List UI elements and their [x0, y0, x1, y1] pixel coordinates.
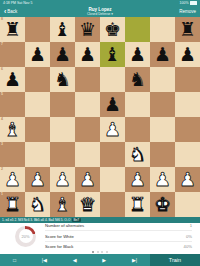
square-h2[interactable]: ♟ [175, 167, 200, 192]
square-h3[interactable] [175, 142, 200, 167]
stat-value: 40% [184, 244, 192, 249]
square-d2[interactable]: ♟ [75, 167, 100, 192]
black-bishop[interactable]: ♝ [54, 20, 71, 39]
page-title: Ruy Lopez [88, 7, 111, 12]
square-b8[interactable] [25, 17, 50, 42]
flip-board-icon[interactable]: □ [13, 258, 16, 263]
variation-selector[interactable]: Closed Defense ▾ [87, 12, 113, 16]
square-f6[interactable]: ♞ [125, 67, 150, 92]
square-c6[interactable]: ♞ [50, 67, 75, 92]
battery-percent: 100% [180, 1, 189, 5]
rank-label: 5 [1, 93, 3, 97]
square-d3[interactable] [75, 142, 100, 167]
square-e6[interactable] [100, 67, 125, 92]
title-block: Ruy Lopez Closed Defense ▾ [0, 6, 200, 17]
square-g8[interactable] [150, 17, 175, 42]
square-f1[interactable]: ♜ [125, 192, 150, 217]
square-c5[interactable] [50, 92, 75, 117]
white-pawn[interactable]: ♟ [154, 170, 171, 189]
black-knight[interactable]: ♞ [54, 70, 71, 89]
black-rook[interactable]: ♜ [179, 20, 196, 39]
white-pawn[interactable]: ♟ [179, 170, 196, 189]
square-b1[interactable]: ♞ [25, 192, 50, 217]
square-a6[interactable]: 6♟ [0, 67, 25, 92]
square-c1[interactable]: ♝ [50, 192, 75, 217]
square-g2[interactable]: ♟ [150, 167, 175, 192]
square-b2[interactable]: ♟ [25, 167, 50, 192]
rank-label: 2 [1, 168, 3, 172]
square-c8[interactable]: ♝ [50, 17, 75, 42]
black-pawn[interactable]: ♟ [104, 95, 121, 114]
status-time: 4:18 PM Sat Nov 5 [3, 1, 32, 5]
stat-label: Number of alternates [45, 223, 84, 228]
rank-label: 6 [1, 68, 3, 72]
white-bishop[interactable]: ♝ [54, 195, 71, 214]
white-king[interactable]: ♚ [154, 195, 171, 214]
square-a4[interactable]: 4♝ [0, 117, 25, 142]
train-button[interactable]: Train [150, 254, 200, 266]
black-pawn[interactable]: ♟ [54, 45, 71, 64]
rank-label: 3 [1, 143, 3, 147]
black-pawn[interactable]: ♟ [154, 45, 171, 64]
white-pawn[interactable]: ♟ [79, 170, 96, 189]
square-g1[interactable]: ♚ [150, 192, 175, 217]
black-king[interactable]: ♚ [104, 20, 121, 39]
square-g7[interactable]: ♟ [150, 42, 175, 67]
stat-label: Score for White [45, 234, 74, 239]
square-d6[interactable] [75, 67, 100, 92]
square-a7[interactable]: 7 [0, 42, 25, 67]
chess-board[interactable]: 8♜♝♛♚♜7♟♟♟♝♟♟♟6♟♞♞5♟4♝♟3♞2♟♟♟♟♟♟♟1♜♞♝♛♜♚ [0, 17, 200, 217]
square-h1[interactable] [175, 192, 200, 217]
previous-move-icon[interactable]: ◀ [73, 258, 77, 263]
square-g3[interactable] [150, 142, 175, 167]
black-queen[interactable]: ♛ [79, 20, 96, 39]
square-d1[interactable]: ♛ [75, 192, 100, 217]
white-knight[interactable]: ♞ [129, 145, 146, 164]
gauge-percent-label: 20% [21, 234, 29, 239]
square-h5[interactable] [175, 92, 200, 117]
white-bishop[interactable]: ♝ [4, 120, 21, 139]
chevron-left-icon: ‹ [4, 9, 6, 14]
chess-app-window: 4:18 PM Sat Nov 5 100% ‹ Back Ruy Lopez … [0, 0, 200, 266]
black-pawn[interactable]: ♟ [4, 70, 21, 89]
white-pawn[interactable]: ♟ [54, 170, 71, 189]
square-h4[interactable] [175, 117, 200, 142]
square-a1[interactable]: 1♜ [0, 192, 25, 217]
square-d7[interactable]: ♟ [75, 42, 100, 67]
square-f8[interactable] [125, 17, 150, 42]
page-dot[interactable] [106, 251, 108, 253]
square-h8[interactable]: ♜ [175, 17, 200, 42]
black-pawn[interactable]: ♟ [29, 45, 46, 64]
square-b5[interactable] [25, 92, 50, 117]
square-c3[interactable] [50, 142, 75, 167]
square-c2[interactable]: ♟ [50, 167, 75, 192]
square-e3[interactable] [100, 142, 125, 167]
page-dot[interactable] [101, 251, 103, 253]
black-knight[interactable]: ♞ [129, 70, 146, 89]
variation-label: Closed Defense [87, 12, 110, 16]
skip-end-icon[interactable]: ▶| [132, 258, 137, 263]
square-f7[interactable]: ♟ [125, 42, 150, 67]
back-label: Back [7, 9, 17, 14]
square-f3[interactable]: ♞ [125, 142, 150, 167]
rank-label: 7 [1, 43, 3, 47]
black-pawn[interactable]: ♟ [79, 45, 96, 64]
square-e4[interactable]: ♟ [100, 117, 125, 142]
square-f5[interactable] [125, 92, 150, 117]
square-e1[interactable] [100, 192, 125, 217]
square-c4[interactable] [50, 117, 75, 142]
square-c7[interactable]: ♟ [50, 42, 75, 67]
square-e2[interactable] [100, 167, 125, 192]
square-a5[interactable]: 5 [0, 92, 25, 117]
white-pawn[interactable]: ♟ [104, 120, 121, 139]
square-d4[interactable] [75, 117, 100, 142]
stat-value: 1 [190, 223, 192, 228]
stats-panel: 20% Number of alternates1Score for White… [0, 223, 200, 249]
square-a8[interactable]: 8♜ [0, 17, 25, 42]
white-knight[interactable]: ♞ [29, 195, 46, 214]
black-pawn[interactable]: ♟ [129, 45, 146, 64]
white-pawn[interactable]: ♟ [4, 170, 21, 189]
square-b3[interactable] [25, 142, 50, 167]
next-move-icon[interactable]: ▶ [102, 258, 106, 263]
square-b6[interactable] [25, 67, 50, 92]
square-g6[interactable] [150, 67, 175, 92]
nav-bar: ‹ Back Ruy Lopez Closed Defense ▾ Remove [0, 6, 200, 17]
stats-rows: Number of alternates1Score for White0%Sc… [45, 221, 192, 251]
square-b7[interactable]: ♟ [25, 42, 50, 67]
bottom-toolbar: □|◀◀▶▶| Train [0, 254, 200, 266]
square-f4[interactable] [125, 117, 150, 142]
square-g5[interactable] [150, 92, 175, 117]
page-dot[interactable] [97, 251, 99, 253]
playback-controls: □|◀◀▶▶| [0, 254, 150, 266]
rank-label: 8 [1, 18, 3, 22]
remove-button[interactable]: Remove [179, 9, 196, 14]
stat-value: 0% [186, 234, 192, 239]
square-h6[interactable] [175, 67, 200, 92]
page-dot[interactable] [92, 251, 94, 253]
square-f2[interactable]: ♟ [125, 167, 150, 192]
square-b4[interactable] [25, 117, 50, 142]
stat-label: Score for Black [45, 244, 73, 249]
square-e8[interactable]: ♚ [100, 17, 125, 42]
black-pawn[interactable]: ♟ [179, 45, 196, 64]
square-a3[interactable]: 3 [0, 142, 25, 167]
white-queen[interactable]: ♛ [79, 195, 96, 214]
square-g4[interactable] [150, 117, 175, 142]
white-rook[interactable]: ♜ [129, 195, 146, 214]
white-pawn[interactable]: ♟ [129, 170, 146, 189]
rank-label: 4 [1, 118, 3, 122]
skip-start-icon[interactable]: |◀ [42, 258, 47, 263]
stat-row: Number of alternates1 [45, 221, 192, 231]
square-d8[interactable]: ♛ [75, 17, 100, 42]
progress-gauge: 20% [15, 226, 36, 247]
chevron-down-icon: ▾ [111, 12, 113, 16]
square-a2[interactable]: 2♟ [0, 167, 25, 192]
square-e7[interactable]: ♝ [100, 42, 125, 67]
rank-label: 1 [1, 193, 3, 197]
back-button[interactable]: ‹ Back [4, 9, 17, 14]
black-rook[interactable]: ♜ [4, 20, 21, 39]
stat-row: Score for White0% [45, 231, 192, 241]
square-d5[interactable] [75, 92, 100, 117]
black-bishop[interactable]: ♝ [104, 45, 121, 64]
white-rook[interactable]: ♜ [4, 195, 21, 214]
square-e5[interactable]: ♟ [100, 92, 125, 117]
battery-icon [190, 1, 197, 6]
white-pawn[interactable]: ♟ [29, 170, 46, 189]
square-h7[interactable]: ♟ [175, 42, 200, 67]
